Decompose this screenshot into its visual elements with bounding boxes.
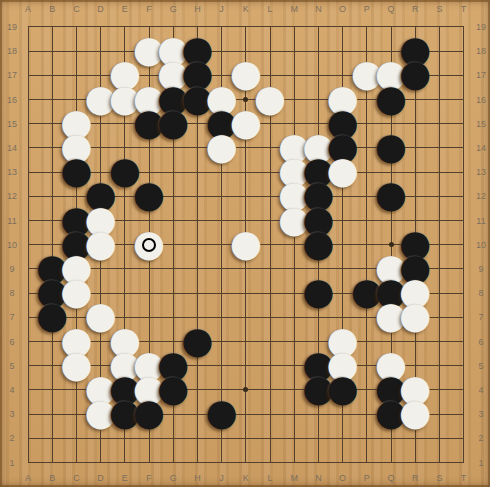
column-label-bottom: E bbox=[122, 473, 128, 483]
grid-line-vertical bbox=[270, 26, 271, 463]
row-label-left: 4 bbox=[9, 385, 14, 395]
column-label-bottom: F bbox=[146, 473, 152, 483]
star-point bbox=[243, 387, 248, 392]
row-label-left: 13 bbox=[7, 167, 17, 177]
grid-line-horizontal bbox=[28, 293, 465, 294]
row-label-right: 19 bbox=[476, 22, 486, 32]
column-label-top: S bbox=[436, 4, 442, 14]
row-label-right: 11 bbox=[476, 216, 485, 226]
column-label-top: B bbox=[49, 4, 55, 14]
row-label-left: 3 bbox=[9, 409, 14, 419]
column-label-top: N bbox=[315, 4, 322, 14]
row-label-left: 18 bbox=[7, 46, 17, 56]
column-label-top: O bbox=[339, 4, 346, 14]
star-point bbox=[98, 242, 103, 247]
row-label-left: 10 bbox=[7, 240, 17, 250]
column-label-top: Q bbox=[387, 4, 394, 14]
column-label-bottom: L bbox=[267, 473, 272, 483]
column-label-bottom: N bbox=[315, 473, 322, 483]
grid-line-horizontal bbox=[28, 438, 465, 439]
row-label-right: 7 bbox=[478, 312, 483, 322]
star-point bbox=[389, 387, 394, 392]
row-label-left: 16 bbox=[7, 95, 17, 105]
row-label-right: 14 bbox=[476, 143, 486, 153]
star-point bbox=[98, 97, 103, 102]
star-point bbox=[98, 387, 103, 392]
row-label-right: 17 bbox=[476, 70, 486, 80]
column-label-top: G bbox=[170, 4, 177, 14]
row-label-left: 19 bbox=[7, 22, 17, 32]
row-label-right: 4 bbox=[478, 385, 483, 395]
star-point bbox=[243, 242, 248, 247]
row-label-left: 15 bbox=[7, 119, 17, 129]
star-point bbox=[389, 242, 394, 247]
grid-line-vertical bbox=[294, 26, 295, 463]
column-label-top: T bbox=[461, 4, 467, 14]
grid-line-vertical bbox=[366, 26, 367, 463]
row-label-right: 3 bbox=[478, 409, 483, 419]
row-label-right: 5 bbox=[478, 361, 483, 371]
column-label-top: R bbox=[412, 4, 419, 14]
grid-line-horizontal bbox=[28, 365, 465, 366]
grid-line-vertical bbox=[463, 26, 464, 463]
go-board[interactable]: AABBCCDDEEFFGGHHJJKKLLMMNNOOPPQQRRSSTT19… bbox=[0, 0, 490, 487]
column-label-top: H bbox=[194, 4, 201, 14]
column-label-bottom: G bbox=[170, 473, 177, 483]
grid-line-vertical bbox=[415, 26, 416, 463]
row-label-left: 9 bbox=[9, 264, 14, 274]
column-label-bottom: B bbox=[49, 473, 55, 483]
row-label-right: 18 bbox=[476, 46, 486, 56]
column-label-bottom: J bbox=[219, 473, 224, 483]
column-label-top: J bbox=[219, 4, 224, 14]
grid-line-horizontal bbox=[28, 341, 465, 342]
row-label-right: 6 bbox=[478, 337, 483, 347]
column-label-bottom: H bbox=[194, 473, 201, 483]
row-label-left: 6 bbox=[9, 337, 14, 347]
column-label-top: K bbox=[243, 4, 249, 14]
grid-line-vertical bbox=[342, 26, 343, 463]
row-label-right: 10 bbox=[476, 240, 486, 250]
column-label-bottom: S bbox=[436, 473, 442, 483]
grid-line-horizontal bbox=[28, 317, 465, 318]
column-label-top: M bbox=[290, 4, 298, 14]
grid-line-vertical bbox=[439, 26, 440, 463]
column-label-top: F bbox=[146, 4, 152, 14]
grid-line-horizontal bbox=[28, 462, 465, 463]
column-label-top: A bbox=[25, 4, 31, 14]
star-point bbox=[389, 97, 394, 102]
star-point bbox=[243, 97, 248, 102]
column-label-bottom: D bbox=[97, 473, 104, 483]
row-label-left: 2 bbox=[9, 433, 14, 443]
column-label-top: D bbox=[97, 4, 104, 14]
column-label-bottom: C bbox=[73, 473, 80, 483]
row-label-right: 13 bbox=[476, 167, 486, 177]
row-label-right: 9 bbox=[478, 264, 483, 274]
row-label-left: 1 bbox=[9, 458, 14, 468]
column-label-bottom: M bbox=[290, 473, 298, 483]
row-label-right: 15 bbox=[476, 119, 486, 129]
column-label-bottom: T bbox=[461, 473, 467, 483]
row-label-left: 8 bbox=[9, 288, 14, 298]
column-label-top: L bbox=[267, 4, 272, 14]
column-label-bottom: R bbox=[412, 473, 419, 483]
column-label-top: C bbox=[73, 4, 80, 14]
column-label-bottom: Q bbox=[387, 473, 394, 483]
row-label-left: 14 bbox=[7, 143, 17, 153]
column-label-bottom: O bbox=[339, 473, 346, 483]
row-label-left: 17 bbox=[7, 70, 17, 80]
column-label-top: E bbox=[122, 4, 128, 14]
row-label-right: 8 bbox=[478, 288, 483, 298]
row-label-left: 7 bbox=[9, 312, 14, 322]
column-label-bottom: K bbox=[243, 473, 249, 483]
column-label-bottom: P bbox=[364, 473, 370, 483]
row-label-right: 2 bbox=[478, 433, 483, 443]
grid-line-horizontal bbox=[28, 414, 465, 415]
column-label-top: P bbox=[364, 4, 370, 14]
row-label-left: 5 bbox=[9, 361, 14, 371]
row-label-right: 1 bbox=[478, 458, 483, 468]
column-label-bottom: A bbox=[25, 473, 31, 483]
grid-line-horizontal bbox=[28, 268, 465, 269]
grid-line-vertical bbox=[318, 26, 319, 463]
row-label-left: 11 bbox=[7, 216, 16, 226]
row-label-right: 12 bbox=[476, 191, 486, 201]
row-label-right: 16 bbox=[476, 95, 486, 105]
row-label-left: 12 bbox=[7, 191, 17, 201]
